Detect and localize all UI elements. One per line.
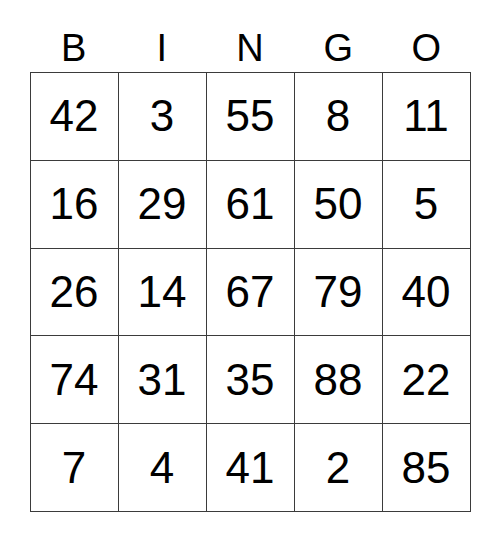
bingo-cell-r4c0[interactable]: 7 — [31, 424, 118, 511]
bingo-cell-r0c0[interactable]: 42 — [31, 73, 118, 160]
bingo-cell-r1c4[interactable]: 5 — [383, 161, 470, 248]
bingo-cell-r3c0[interactable]: 74 — [31, 336, 118, 423]
bingo-grid: 4235581116296150526146779407431358822744… — [30, 72, 471, 512]
bingo-cell-r0c2[interactable]: 55 — [207, 73, 294, 160]
column-letter-2: N — [206, 0, 294, 72]
bingo-cell-r2c4[interactable]: 40 — [383, 249, 470, 336]
bingo-cell-r2c3[interactable]: 79 — [295, 249, 382, 336]
bingo-cell-r1c2[interactable]: 61 — [207, 161, 294, 248]
bingo-cell-r1c1[interactable]: 29 — [119, 161, 206, 248]
bingo-card: BINGO 4235581116296150526146779407431358… — [30, 0, 471, 512]
bingo-header-row: BINGO — [30, 0, 471, 72]
column-letter-4: O — [382, 0, 470, 72]
bingo-cell-r2c1[interactable]: 14 — [119, 249, 206, 336]
bingo-cell-r0c4[interactable]: 11 — [383, 73, 470, 160]
bingo-cell-r1c0[interactable]: 16 — [31, 161, 118, 248]
column-letter-0: B — [30, 0, 118, 72]
column-letter-1: I — [118, 0, 206, 72]
bingo-cell-r0c3[interactable]: 8 — [295, 73, 382, 160]
bingo-cell-r4c3[interactable]: 2 — [295, 424, 382, 511]
bingo-cell-r3c4[interactable]: 22 — [383, 336, 470, 423]
bingo-cell-r0c1[interactable]: 3 — [119, 73, 206, 160]
bingo-cell-r1c3[interactable]: 50 — [295, 161, 382, 248]
bingo-cell-r4c1[interactable]: 4 — [119, 424, 206, 511]
bingo-cell-r3c1[interactable]: 31 — [119, 336, 206, 423]
bingo-cell-r2c0[interactable]: 26 — [31, 249, 118, 336]
bingo-cell-r3c3[interactable]: 88 — [295, 336, 382, 423]
bingo-cell-r3c2[interactable]: 35 — [207, 336, 294, 423]
bingo-cell-r4c4[interactable]: 85 — [383, 424, 470, 511]
bingo-cell-r4c2[interactable]: 41 — [207, 424, 294, 511]
column-letter-3: G — [294, 0, 382, 72]
bingo-cell-r2c2[interactable]: 67 — [207, 249, 294, 336]
